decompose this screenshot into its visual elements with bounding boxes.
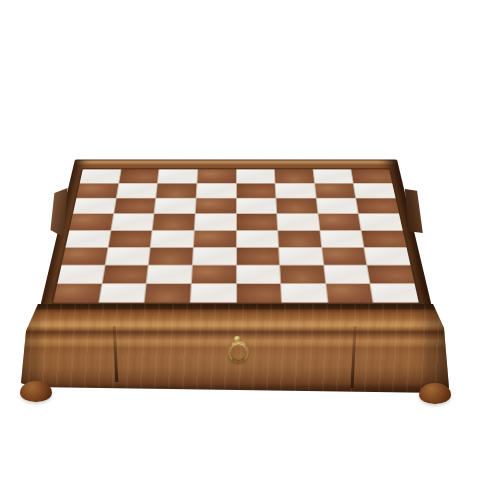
- square-h8[interactable]: [352, 169, 393, 183]
- square-g6[interactable]: [317, 199, 359, 214]
- square-e5[interactable]: [236, 214, 277, 229]
- square-a8[interactable]: [80, 169, 121, 183]
- square-f5[interactable]: [277, 214, 319, 229]
- square-f2[interactable]: [280, 265, 325, 283]
- square-b6[interactable]: [114, 199, 156, 214]
- square-d5[interactable]: [195, 214, 236, 229]
- square-f6[interactable]: [277, 199, 318, 214]
- square-b2[interactable]: [102, 265, 148, 283]
- square-a1[interactable]: [53, 284, 101, 303]
- square-g4[interactable]: [320, 231, 364, 247]
- square-b8[interactable]: [119, 169, 159, 183]
- square-c1[interactable]: [145, 284, 191, 303]
- square-b4[interactable]: [108, 231, 152, 247]
- square-b7[interactable]: [116, 184, 157, 198]
- square-g3[interactable]: [322, 248, 367, 265]
- square-h4[interactable]: [362, 231, 406, 247]
- square-a2[interactable]: [58, 265, 105, 283]
- square-a7[interactable]: [76, 184, 117, 198]
- square-e6[interactable]: [236, 199, 276, 214]
- bun-foot-right: [419, 383, 451, 404]
- square-a5[interactable]: [69, 214, 112, 229]
- square-g1[interactable]: [326, 284, 373, 303]
- square-f8[interactable]: [275, 169, 314, 183]
- square-b1[interactable]: [99, 284, 146, 303]
- square-g7[interactable]: [315, 184, 356, 198]
- square-c4[interactable]: [151, 231, 194, 247]
- square-h7[interactable]: [354, 184, 395, 198]
- square-f7[interactable]: [276, 184, 316, 198]
- square-f4[interactable]: [278, 231, 321, 247]
- square-d1[interactable]: [191, 284, 236, 303]
- square-a6[interactable]: [73, 199, 115, 214]
- square-d6[interactable]: [196, 199, 236, 214]
- square-h1[interactable]: [371, 284, 419, 303]
- square-c2[interactable]: [147, 265, 192, 283]
- square-c7[interactable]: [156, 184, 196, 198]
- square-e3[interactable]: [237, 248, 280, 265]
- square-e1[interactable]: [237, 284, 282, 303]
- square-h6[interactable]: [357, 199, 399, 214]
- chess-board-lid: [40, 160, 433, 310]
- square-c3[interactable]: [149, 248, 193, 265]
- square-d2[interactable]: [192, 265, 236, 283]
- ring-icon: [228, 341, 249, 363]
- square-b3[interactable]: [105, 248, 150, 265]
- square-c6[interactable]: [155, 199, 196, 214]
- square-e4[interactable]: [237, 231, 279, 247]
- square-d4[interactable]: [194, 231, 236, 247]
- product-photo-stage: [0, 0, 480, 480]
- brass-ring-pull[interactable]: [226, 336, 248, 363]
- square-h3[interactable]: [365, 248, 411, 265]
- square-g8[interactable]: [313, 169, 353, 183]
- square-g5[interactable]: [318, 214, 361, 229]
- square-e7[interactable]: [236, 184, 275, 198]
- square-g2[interactable]: [324, 265, 370, 283]
- square-e2[interactable]: [237, 265, 281, 283]
- square-h5[interactable]: [359, 214, 402, 229]
- square-h2[interactable]: [368, 265, 415, 283]
- square-c5[interactable]: [153, 214, 195, 229]
- square-b5[interactable]: [111, 214, 154, 229]
- square-e8[interactable]: [236, 169, 274, 183]
- square-d7[interactable]: [196, 184, 235, 198]
- bun-foot-left: [20, 381, 52, 402]
- square-f3[interactable]: [279, 248, 323, 265]
- chess-board-grid: [53, 169, 419, 302]
- square-d3[interactable]: [193, 248, 236, 265]
- square-c8[interactable]: [158, 169, 197, 183]
- square-a4[interactable]: [66, 231, 110, 247]
- square-a3[interactable]: [62, 248, 108, 265]
- square-d8[interactable]: [197, 169, 235, 183]
- square-f1[interactable]: [281, 284, 327, 303]
